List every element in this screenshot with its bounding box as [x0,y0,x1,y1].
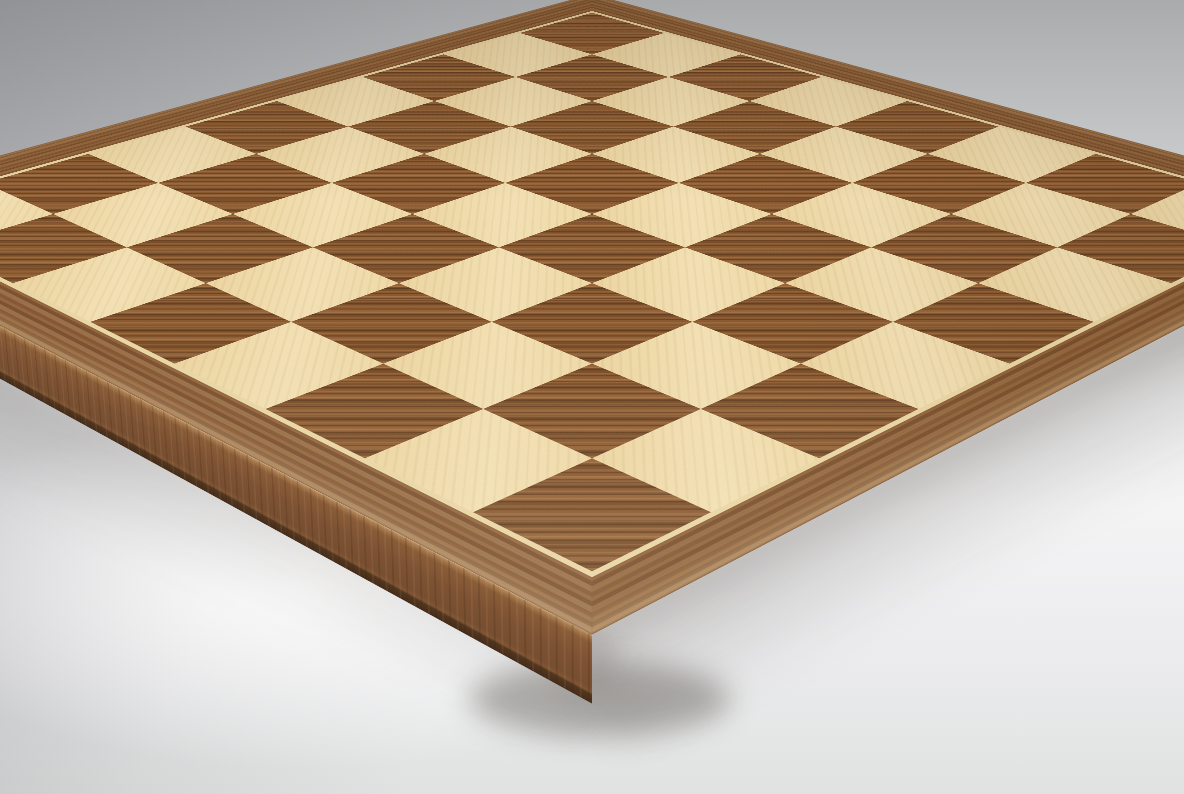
board-caption: Empty walnut and maple chessboard on a l… [0,0,1,1]
studio-background: Empty walnut and maple chessboard on a l… [0,0,1184,794]
board-top-face [0,0,1184,635]
chess-board [0,0,1184,635]
maple-inlay-line [0,11,1184,577]
board-field [0,13,1184,572]
